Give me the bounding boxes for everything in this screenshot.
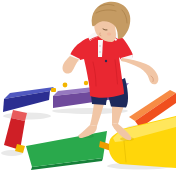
connector-tab-icon — [51, 88, 56, 92]
child-right-leg — [90, 103, 104, 126]
scene-svg — [0, 0, 176, 170]
chest-logo-icon — [105, 60, 107, 62]
shadow-blue-beam — [3, 113, 51, 120]
polo-button — [99, 51, 101, 53]
green-mat — [26, 131, 107, 170]
child-left-leg — [112, 105, 124, 124]
connector-knob-icon — [63, 83, 68, 88]
red-beam-front-face — [4, 118, 25, 150]
polo-button — [99, 45, 101, 47]
connector-knob-icon — [84, 81, 88, 85]
balance-beam-blue — [3, 87, 54, 112]
child-right-arm — [63, 56, 80, 74]
child-left-arm — [121, 58, 158, 84]
product-photo — [0, 0, 176, 170]
cheek-blush — [107, 32, 111, 35]
